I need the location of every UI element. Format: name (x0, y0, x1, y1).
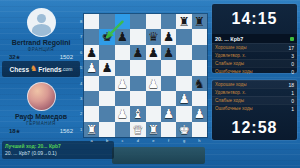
last-move-label: 20. ... Крb7 (215, 36, 243, 42)
square-b5[interactable]: ♟ (99, 60, 114, 75)
chessfriends-logo[interactable]: Chess ♞ Friends .com (2, 61, 80, 77)
analysis-box: Лучший ход: 20... Крb7 20. ... Крb7 (0.0… (2, 141, 114, 159)
avatar[interactable] (27, 82, 56, 111)
stat-value: 0 (291, 98, 294, 104)
square-g8[interactable]: ♜ (176, 14, 191, 29)
stat-row: Удовлетвор. х.1 (212, 88, 297, 96)
square-b3[interactable] (99, 91, 114, 106)
square-g4[interactable] (176, 76, 191, 91)
rank-label-5: 5 (79, 60, 83, 75)
square-c1[interactable] (115, 122, 130, 137)
rank-label-6: 6 (79, 45, 83, 60)
file-label-c: c (115, 138, 130, 144)
square-e4[interactable]: ♟ (146, 76, 161, 91)
player-rating: 1562 (60, 127, 73, 135)
stat-label: Ошибочные ходы (215, 106, 253, 111)
stat-row: Хорошие ходы17 (212, 43, 297, 51)
last-move-row[interactable]: 20. ... Крb7 (212, 34, 297, 43)
stat-value: 18 (288, 82, 294, 88)
square-e3[interactable] (146, 91, 161, 106)
stat-row: Ошибочные ходы1 (212, 104, 297, 112)
stat-row: Слабые ходы0 (212, 96, 297, 104)
avatar[interactable] (27, 8, 56, 37)
star-icon: ★ (16, 54, 20, 60)
square-a4[interactable] (84, 76, 99, 91)
square-a7[interactable] (84, 29, 99, 44)
rank-labels: 87654321 (79, 14, 83, 137)
square-b7[interactable]: ♚ (99, 29, 114, 44)
file-label-e: e (146, 138, 161, 144)
square-e8[interactable] (146, 14, 161, 29)
square-h6[interactable] (192, 45, 207, 60)
square-d2[interactable]: ♝ (130, 106, 145, 121)
black-pawn[interactable]: ♟ (115, 29, 130, 44)
square-d5[interactable] (130, 60, 145, 75)
square-g2[interactable] (176, 106, 191, 121)
white-rook[interactable]: ♜ (84, 122, 99, 137)
square-e2[interactable] (146, 106, 161, 121)
square-e1[interactable]: ♜ (146, 122, 161, 137)
stat-value: 17 (288, 45, 294, 51)
rank-label-7: 7 (79, 29, 83, 44)
black-pawn[interactable]: ♟ (161, 29, 176, 44)
square-b4[interactable] (99, 76, 114, 91)
white-rook[interactable]: ♜ (146, 122, 161, 137)
black-pawn[interactable]: ♟ (84, 45, 99, 60)
square-h4[interactable]: ♞ (192, 76, 207, 91)
square-g7[interactable] (176, 29, 191, 44)
square-b8[interactable] (99, 14, 114, 29)
stat-value: 0 (291, 61, 294, 67)
file-label-b: b (99, 138, 114, 144)
square-f5[interactable] (161, 60, 176, 75)
bottom-panel (112, 147, 205, 164)
square-d7[interactable] (130, 29, 145, 44)
square-h2[interactable]: ♟ (192, 106, 207, 121)
square-e7[interactable]: ♛ (146, 29, 161, 44)
square-c6[interactable] (115, 45, 130, 60)
square-c2[interactable]: ♟ (115, 106, 130, 121)
white-pawn[interactable]: ♟ (176, 91, 191, 106)
square-d4[interactable] (130, 76, 145, 91)
white-pawn[interactable]: ♟ (115, 106, 130, 121)
square-a1[interactable]: ♜ (84, 122, 99, 137)
square-g3[interactable]: ♟ (176, 91, 191, 106)
square-d8[interactable] (130, 14, 145, 29)
stat-value: 1 (291, 90, 294, 96)
white-pawn[interactable]: ♟ (84, 60, 99, 75)
black-pawn[interactable]: ♟ (130, 45, 145, 60)
stat-value: 1 (291, 106, 294, 112)
file-label-g: g (176, 138, 191, 144)
file-label-f: f (161, 138, 176, 144)
square-g1[interactable]: ♚ (176, 122, 191, 137)
rank-label-1: 1 (79, 122, 83, 137)
stat-label: Удовлетвор. х. (215, 53, 246, 58)
black-queen[interactable]: ♛ (146, 29, 161, 44)
stat-label: Ошибочные ходы (215, 69, 253, 74)
knight-logo-icon: ♞ (30, 65, 37, 73)
square-d6[interactable]: ♟ (130, 45, 145, 60)
player-name: Рауф Мамедов (2, 113, 80, 121)
clock-bottom: 12:58 (212, 112, 297, 143)
rank-label-4: 4 (79, 76, 83, 91)
file-labels: abcdefgh (84, 138, 207, 144)
stat-label: Удовлетвор. х. (215, 90, 246, 95)
square-g5[interactable] (176, 60, 191, 75)
square-f1[interactable] (161, 122, 176, 137)
file-label-h: h (192, 138, 207, 144)
square-b2[interactable] (99, 106, 114, 121)
stat-label: Хорошие ходы (215, 82, 246, 87)
square-f6[interactable]: ♟ (161, 45, 176, 60)
square-c3[interactable] (115, 91, 130, 106)
black-pawn[interactable]: ♟ (99, 60, 114, 75)
square-f3[interactable] (161, 91, 176, 106)
square-a5[interactable]: ♟ (84, 60, 99, 75)
stat-label: Хорошие ходы (215, 45, 246, 50)
player-name: Bertrand Regolini (2, 39, 80, 47)
game-screen: Bertrand Regolini ФРАНЦИЯ 32★ 1502 Chess… (0, 0, 300, 168)
square-f7[interactable]: ♟ (161, 29, 176, 44)
rank-label-3: 3 (79, 91, 83, 106)
square-c8[interactable] (115, 14, 130, 29)
player-panel: Хорошие ходы18Удовлетвор. х.1Слабые ходы… (212, 80, 297, 140)
player-card-bottom: Рауф Мамедов ГЕРМАНИЯ 18★ 1562 (2, 82, 80, 135)
move-quality-stats-bottom: Хорошие ходы18Удовлетвор. х.1Слабые ходы… (212, 80, 297, 112)
file-label-d: d (130, 138, 145, 144)
square-a6[interactable]: ♟ (84, 45, 99, 60)
move-quality-stats-top: Хорошие ходы17Удовлетвор. х.3Слабые ходы… (212, 43, 297, 75)
player-card-top: Bertrand Regolini ФРАНЦИЯ 32★ 1502 (2, 8, 80, 61)
square-f8[interactable] (161, 14, 176, 29)
player-rating: 1502 (60, 53, 73, 61)
status-dot-icon (290, 37, 294, 41)
stat-row: Хорошие ходы18 (212, 80, 297, 88)
white-bishop[interactable]: ♝ (130, 106, 145, 121)
white-pawn[interactable]: ♟ (115, 76, 130, 91)
square-e5[interactable] (146, 60, 161, 75)
black-rook[interactable]: ♜ (192, 14, 207, 29)
square-g6[interactable] (176, 45, 191, 60)
square-d1[interactable]: ♛ (130, 122, 145, 137)
player-stars: 18★ (9, 127, 20, 135)
square-a8[interactable] (84, 14, 99, 29)
white-pawn[interactable]: ♟ (146, 76, 161, 91)
played-move-text: 20. ... Крb7 (0.09→0.1) (5, 150, 111, 157)
black-king[interactable]: ♚ (99, 29, 114, 44)
opponent-panel: 14:15 20. ... Крb7 Хорошие ходы17Удовлет… (212, 4, 297, 73)
black-knight[interactable]: ♞ (192, 76, 207, 91)
star-icon: ★ (16, 128, 20, 134)
rank-label-2: 2 (79, 106, 83, 121)
square-h8[interactable]: ♜ (192, 14, 207, 29)
square-c5[interactable] (115, 60, 130, 75)
square-a3[interactable] (84, 91, 99, 106)
square-f2[interactable]: ♟ (161, 106, 176, 121)
stat-label: Слабые ходы (215, 61, 244, 66)
square-c4[interactable]: ♟ (115, 76, 130, 91)
square-h3[interactable] (192, 91, 207, 106)
person-icon (37, 14, 46, 23)
square-d3[interactable] (130, 91, 145, 106)
black-pawn[interactable]: ♟ (146, 45, 161, 60)
best-move-text: Лучший ход: 20... Крb7 (5, 143, 111, 150)
player-stars: 32★ (9, 53, 20, 61)
rank-label-8: 8 (79, 14, 83, 29)
square-f4[interactable] (161, 76, 176, 91)
stat-label: Слабые ходы (215, 98, 244, 103)
square-h5[interactable] (192, 60, 207, 75)
stat-row: Ошибочные ходы0 (212, 67, 297, 75)
stat-value: 0 (291, 69, 294, 75)
chess-board[interactable]: ♜♜♚♟♛♟♟♟♟♟♟♟♟♟♞♟♟♝♟♟♜♛♜♚ (84, 14, 207, 137)
file-label-a: a (84, 138, 99, 144)
white-king[interactable]: ♚ (176, 122, 191, 137)
black-rook[interactable]: ♜ (176, 14, 191, 29)
square-e6[interactable]: ♟ (146, 45, 161, 60)
clock-top: 14:15 (212, 4, 297, 34)
square-h7[interactable] (192, 29, 207, 44)
white-pawn[interactable]: ♟ (192, 106, 207, 121)
white-pawn[interactable]: ♟ (161, 106, 176, 121)
black-pawn[interactable]: ♟ (161, 45, 176, 60)
stat-row: Слабые ходы0 (212, 59, 297, 67)
square-a2[interactable] (84, 106, 99, 121)
stat-value: 3 (291, 53, 294, 59)
white-queen[interactable]: ♛ (130, 122, 145, 137)
stat-row: Удовлетвор. х.3 (212, 51, 297, 59)
square-h1[interactable] (192, 122, 207, 137)
square-b6[interactable] (99, 45, 114, 60)
square-c7[interactable]: ♟ (115, 29, 130, 44)
square-b1[interactable] (99, 122, 114, 137)
